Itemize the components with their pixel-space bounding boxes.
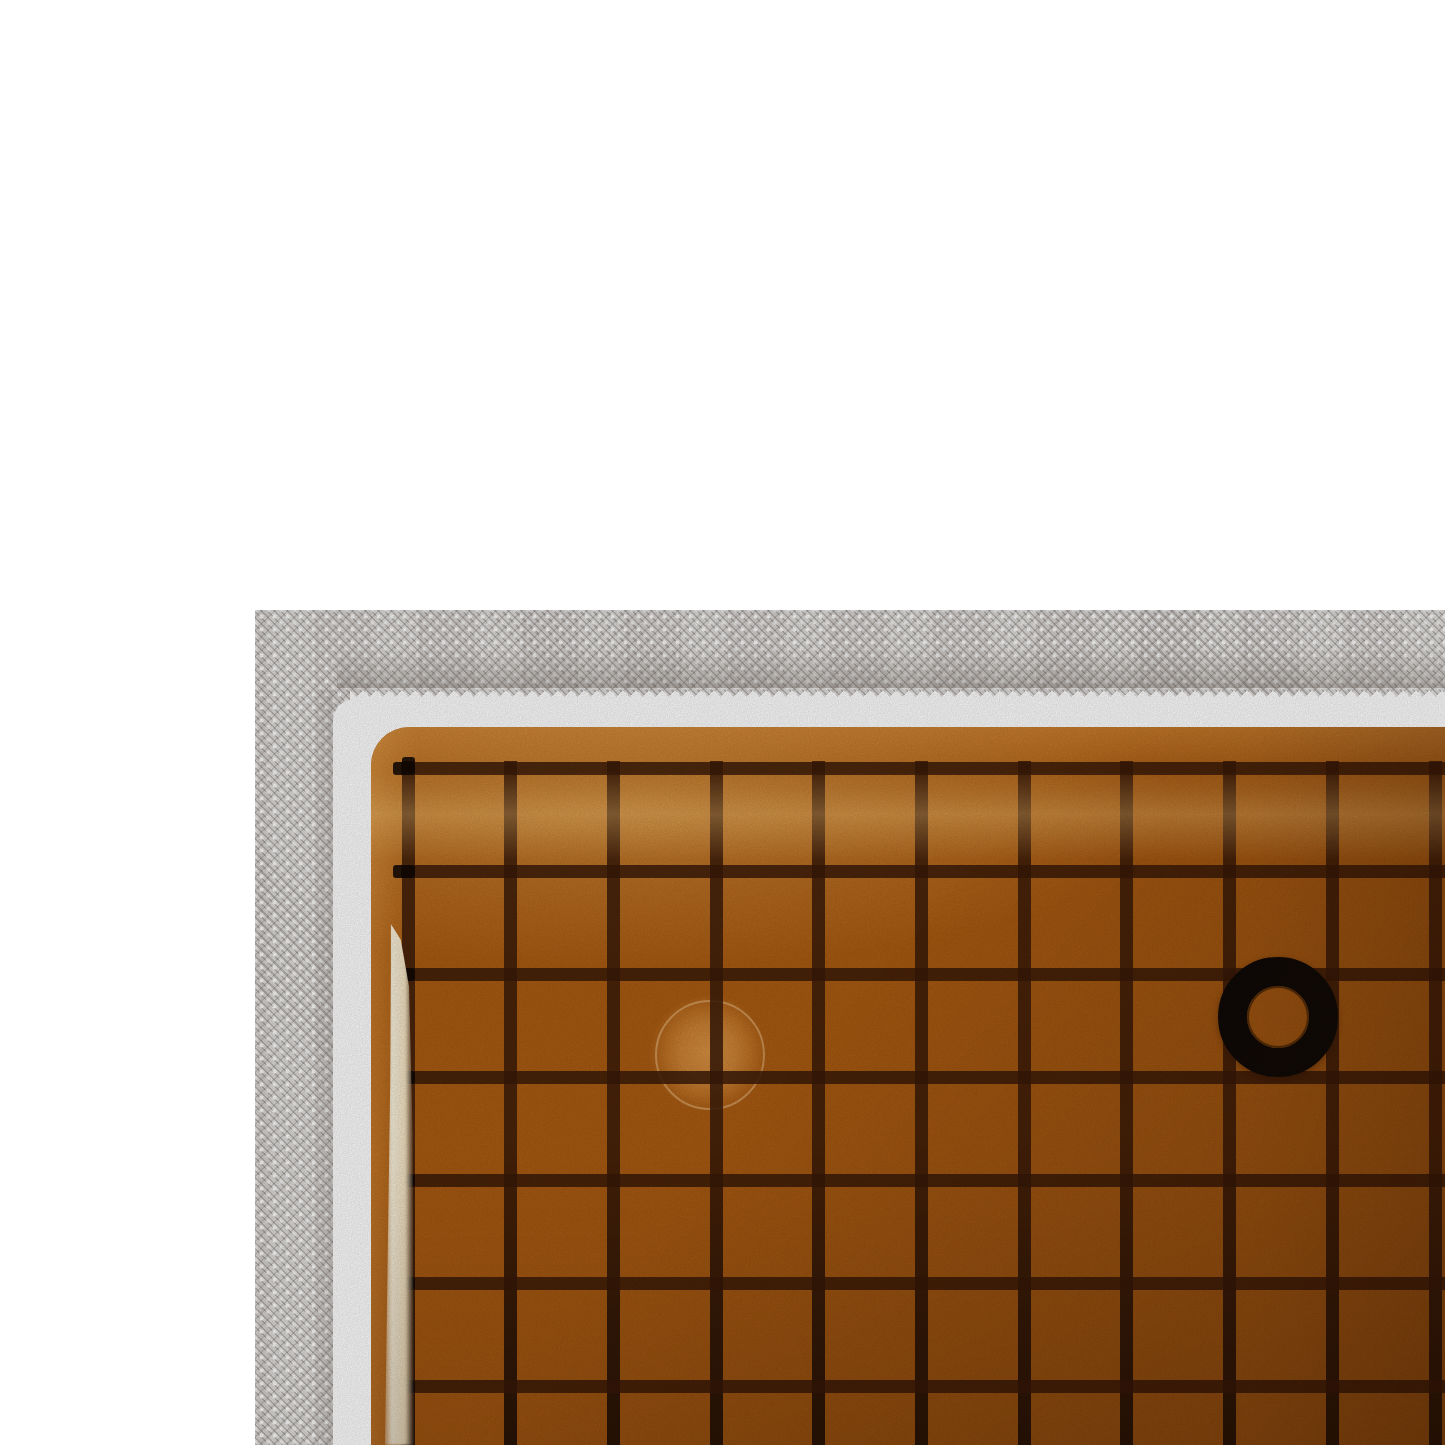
blanket-left-edge-shadow <box>313 690 333 1445</box>
left-bevel-light-reflection <box>381 924 414 1445</box>
blanket-edge-shadow <box>337 648 1445 688</box>
goban-board[interactable] <box>371 727 1445 1445</box>
gloss-highlight-band <box>371 772 1445 860</box>
grid-hline <box>401 1277 1445 1290</box>
black-ring-stone[interactable] <box>1218 957 1338 1077</box>
grid-hline <box>401 1380 1445 1393</box>
grid-hline <box>401 865 1445 878</box>
grid-hline-end-tick <box>393 865 415 878</box>
scene <box>0 0 1445 1445</box>
grid-hline <box>401 1174 1445 1187</box>
